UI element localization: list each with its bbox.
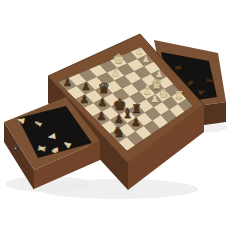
captured-white-knight-4: ♞ bbox=[50, 146, 61, 155]
drawer-knob-highlight bbox=[15, 148, 16, 149]
piece-black-pawn-d7: ♟ bbox=[98, 96, 108, 109]
chess-set-product-photo: ♜♞♟♝♟♝♟♜♞♟♟♟♚♟♟♟♛♟♛♝♞♜♟♟♟♚♜♝♟♟♟♞ bbox=[0, 0, 228, 228]
piece-black-queen-c6: ♛ bbox=[97, 80, 110, 96]
piece-black-pawn-c8: ♟ bbox=[80, 93, 90, 106]
piece-white-rook-g1: ♜ bbox=[174, 89, 184, 102]
piece-white-pawn-b4: ♟ bbox=[112, 67, 120, 78]
piece-black-pawn-e8: ♟ bbox=[96, 110, 106, 123]
drawer-knob bbox=[14, 147, 19, 152]
piece-black-pawn-g6: ♟ bbox=[131, 116, 141, 129]
captured-black-rook-0: ♜ bbox=[173, 63, 183, 71]
piece-black-pawn-a8: ♟ bbox=[63, 77, 72, 88]
piece-black-knight-g8: ♞ bbox=[112, 124, 124, 140]
scene-svg: ♜♞♟♝♟♝♟♜♞♟♟♟♚♟♟♟♛♟♛♝♞♜♟♟♟♚♜♝♟♟♟♞ bbox=[0, 0, 228, 228]
piece-white-king-a3: ♚ bbox=[113, 51, 125, 66]
captured-white-pawn-2: ♟ bbox=[46, 132, 57, 142]
piece-white-pawn-b1: ♟ bbox=[142, 54, 150, 64]
piece-black-pawn-b7: ♟ bbox=[81, 81, 90, 92]
piece-white-knight-f2: ♞ bbox=[158, 86, 169, 100]
captured-white-rook-3: ♜ bbox=[36, 144, 47, 154]
piece-white-pawn-f3: ♟ bbox=[150, 93, 159, 104]
